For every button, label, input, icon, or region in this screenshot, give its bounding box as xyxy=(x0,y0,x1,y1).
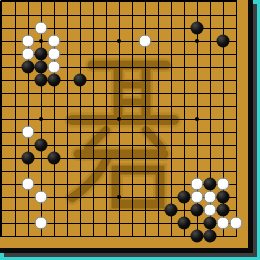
white-stone xyxy=(230,217,243,230)
white-stone xyxy=(48,48,61,61)
white-stone xyxy=(204,191,217,204)
white-stone xyxy=(48,35,61,48)
black-stone xyxy=(204,230,217,243)
white-stone xyxy=(191,178,204,191)
white-stone xyxy=(35,191,48,204)
white-stone xyxy=(22,48,35,61)
white-stone xyxy=(217,217,230,230)
black-stone xyxy=(217,204,230,217)
black-stone xyxy=(217,191,230,204)
go-client-window: { "game": "go", "board_size": 19, "water… xyxy=(0,0,260,260)
white-stone xyxy=(22,35,35,48)
black-stone xyxy=(204,217,217,230)
black-stone xyxy=(22,61,35,74)
go-board[interactable]: 碁 xyxy=(0,0,253,253)
black-stone xyxy=(35,74,48,87)
black-stone xyxy=(178,191,191,204)
black-stone xyxy=(165,204,178,217)
white-stone xyxy=(22,178,35,191)
white-stone xyxy=(139,35,152,48)
white-stone xyxy=(35,217,48,230)
black-stone xyxy=(191,22,204,35)
stones xyxy=(0,0,248,248)
black-stone xyxy=(217,35,230,48)
black-stone xyxy=(48,74,61,87)
white-stone xyxy=(204,204,217,217)
white-stone xyxy=(217,178,230,191)
black-stone xyxy=(191,204,204,217)
black-stone xyxy=(35,139,48,152)
white-stone xyxy=(35,22,48,35)
black-stone xyxy=(74,74,87,87)
white-stone xyxy=(191,191,204,204)
white-stone xyxy=(22,126,35,139)
black-stone xyxy=(35,61,48,74)
black-stone xyxy=(178,217,191,230)
white-stone xyxy=(48,61,61,74)
black-stone xyxy=(22,152,35,165)
black-stone xyxy=(204,178,217,191)
black-stone xyxy=(48,152,61,165)
black-stone xyxy=(191,230,204,243)
black-stone xyxy=(35,48,48,61)
